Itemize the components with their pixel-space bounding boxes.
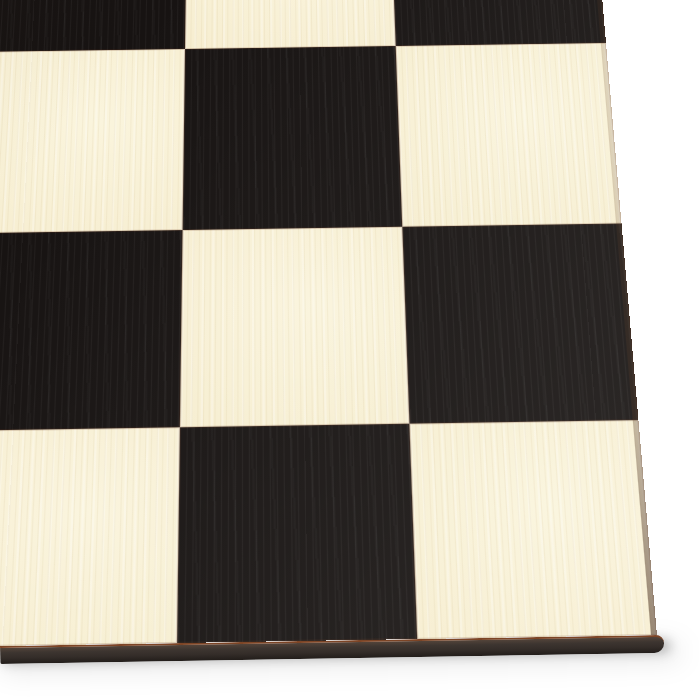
photo-background xyxy=(0,0,700,700)
lighting-overlay xyxy=(0,0,657,651)
chessboard xyxy=(0,0,657,651)
